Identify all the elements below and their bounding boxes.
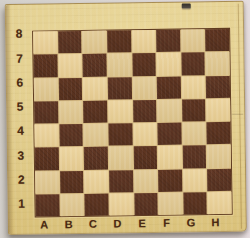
square-b3 (59, 147, 83, 170)
square-g8 (181, 29, 205, 52)
square-g6 (181, 76, 205, 99)
square-b8 (58, 31, 82, 54)
rank-labels: 87654321 (6, 31, 35, 216)
square-f1 (158, 192, 182, 215)
square-g5 (182, 99, 206, 122)
square-c2 (84, 170, 108, 193)
square-f3 (158, 146, 182, 169)
square-h8 (205, 29, 229, 52)
square-a4 (34, 124, 58, 147)
square-c1 (85, 193, 109, 216)
square-a7 (33, 55, 57, 78)
file-label-g: G (179, 216, 204, 228)
square-f7 (157, 53, 181, 76)
square-e4 (133, 123, 157, 146)
file-label-b: B (56, 218, 81, 230)
square-b2 (60, 170, 84, 193)
rank-label-3: 3 (8, 144, 34, 167)
square-f6 (157, 76, 181, 99)
square-h6 (206, 75, 230, 98)
file-label-c: C (81, 218, 106, 230)
square-a1 (35, 194, 59, 217)
square-g3 (182, 145, 206, 168)
fold-seam (230, 114, 243, 115)
square-e2 (134, 169, 158, 192)
square-d6 (108, 77, 132, 100)
rank-label-5: 5 (7, 95, 33, 118)
square-a6 (34, 78, 58, 101)
clasp-icon (182, 3, 191, 8)
playing-field (32, 28, 233, 218)
square-d1 (109, 193, 133, 216)
square-a8 (33, 31, 57, 54)
square-g2 (183, 169, 207, 192)
square-e8 (132, 30, 156, 53)
square-e3 (133, 146, 157, 169)
file-label-f: F (154, 217, 179, 229)
square-f8 (156, 30, 180, 53)
square-g7 (181, 52, 205, 75)
square-h1 (208, 192, 232, 215)
square-h7 (206, 52, 230, 75)
rank-label-8: 8 (6, 22, 32, 45)
square-a5 (34, 101, 58, 124)
square-c6 (83, 77, 107, 100)
square-d5 (108, 100, 132, 123)
rank-label-4: 4 (7, 119, 33, 142)
square-b4 (59, 124, 83, 147)
square-e6 (132, 76, 156, 99)
square-a2 (35, 171, 59, 194)
rank-label-7: 7 (6, 47, 32, 70)
border-groove (238, 4, 242, 229)
square-f5 (157, 99, 181, 122)
square-d7 (107, 54, 131, 77)
file-label-h: H (203, 216, 228, 228)
square-g1 (183, 192, 207, 215)
square-d3 (109, 146, 133, 169)
file-label-d: D (105, 217, 130, 229)
square-b7 (58, 54, 82, 77)
square-b5 (59, 101, 83, 124)
square-c7 (83, 54, 107, 77)
square-d2 (109, 170, 133, 193)
square-c8 (82, 31, 106, 54)
rank-label-6: 6 (7, 71, 33, 94)
square-h5 (206, 99, 230, 122)
square-g4 (182, 122, 206, 145)
square-a3 (35, 148, 59, 171)
square-h2 (207, 168, 231, 191)
square-e5 (133, 100, 157, 123)
photo-background: 87654321 ABCDEFGH (0, 0, 250, 238)
square-f4 (158, 123, 182, 146)
square-d8 (107, 30, 131, 53)
square-b1 (60, 194, 84, 217)
square-e1 (134, 193, 158, 216)
square-c5 (83, 100, 107, 123)
rank-label-2: 2 (8, 168, 34, 191)
file-labels: ABCDEFGH (35, 214, 231, 233)
file-label-a: A (32, 218, 57, 230)
square-e7 (132, 53, 156, 76)
chessboard: 87654321 ABCDEFGH (5, 1, 247, 235)
square-h4 (207, 122, 231, 145)
square-d4 (108, 123, 132, 146)
square-c4 (84, 124, 108, 147)
square-c3 (84, 147, 108, 170)
rank-label-1: 1 (8, 192, 34, 215)
square-f2 (158, 169, 182, 192)
square-h3 (207, 145, 231, 168)
file-label-e: E (130, 217, 155, 229)
square-b6 (58, 77, 82, 100)
